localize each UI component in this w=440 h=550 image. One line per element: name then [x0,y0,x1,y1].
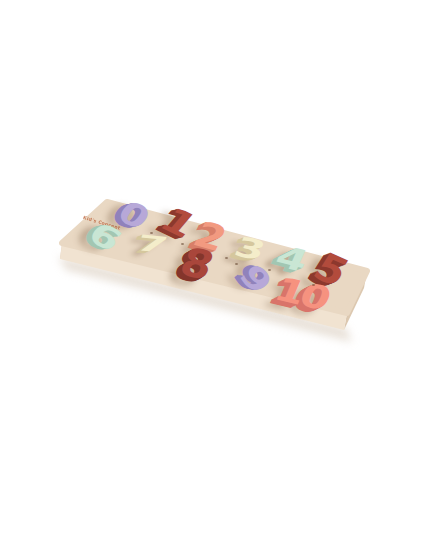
slot-hole [235,263,238,265]
slot-hole [225,257,228,259]
puzzle-piece-8[interactable]: 8 [175,242,219,286]
pieces-layer: 012345678910 [0,0,440,550]
product-photo: Kid's Concept 012345678910 [0,0,440,550]
puzzle-piece-7[interactable]: 7 [133,232,170,257]
slot-hole [181,243,184,245]
puzzle-piece-10[interactable]: 10 [270,273,332,315]
